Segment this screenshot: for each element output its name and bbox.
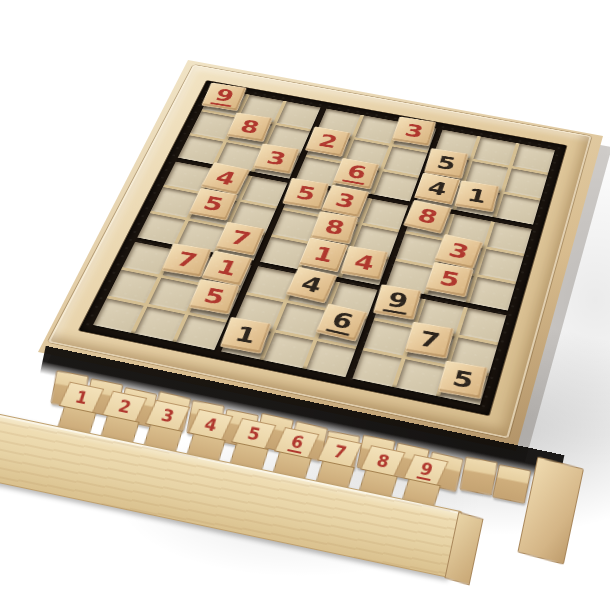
tile-digit: 5 <box>201 285 228 308</box>
tile-3-r3c3[interactable]: 3 <box>253 143 299 174</box>
tile-digit: 2 <box>316 132 340 151</box>
cell-r9c4[interactable]: 1 <box>221 324 271 359</box>
cell-r6c6[interactable]: 4 <box>342 252 389 285</box>
tile-5-r6c8[interactable]: 5 <box>425 262 473 297</box>
cell-r2c6[interactable] <box>384 146 428 175</box>
cell-r3c1[interactable] <box>178 135 224 164</box>
cell-r9c2[interactable] <box>134 307 184 342</box>
tile-digit: 1 <box>466 186 489 206</box>
tile-digit: 8 <box>322 217 347 238</box>
cell-r9c5[interactable] <box>263 333 313 369</box>
tile-5-r9c9[interactable]: 5 <box>438 361 488 399</box>
cell-r8c6[interactable]: 6 <box>318 311 367 346</box>
tile-digit: 1 <box>232 323 259 346</box>
tile-digit: 3 <box>446 240 472 262</box>
tile-digit: 4 <box>352 252 377 274</box>
cell-r3c8[interactable]: 1 <box>456 186 500 217</box>
tile-digit: 1 <box>213 257 240 279</box>
cell-r4c6[interactable] <box>363 199 408 230</box>
cell-r2c9[interactable] <box>504 168 547 198</box>
drawer-tile-digit: 8 <box>374 452 391 471</box>
cell-r1c1[interactable]: 9 <box>202 88 246 115</box>
drawer-tile-digit: 6 <box>287 432 306 453</box>
cell-r8c3[interactable]: 5 <box>190 286 239 320</box>
tile-digit: 4 <box>298 273 325 296</box>
tile-6-r3c5[interactable]: 6 <box>333 158 380 189</box>
cell-r3c6[interactable] <box>374 171 419 201</box>
tile-1-r3c8[interactable]: 1 <box>454 180 499 212</box>
cell-r1c9[interactable] <box>513 144 555 173</box>
tile-digit: 3 <box>264 149 288 168</box>
cell-r4c3[interactable] <box>242 176 288 206</box>
cell-r6c9[interactable] <box>469 277 515 311</box>
tile-digit: 3 <box>403 122 426 141</box>
cell-r7c9[interactable] <box>459 308 506 343</box>
cell-r9c7[interactable] <box>352 350 401 386</box>
cell-r8c8[interactable]: 7 <box>406 329 454 365</box>
cell-r3c3[interactable]: 3 <box>254 149 299 178</box>
box-2-1: 457 <box>137 162 287 261</box>
product-photo-stage: 98332654145753814835715461975 123456789 <box>0 0 610 610</box>
tile-3-r1c6[interactable]: 3 <box>392 117 436 147</box>
tile-digit: 8 <box>238 118 262 137</box>
tile-digit: 4 <box>212 168 238 188</box>
drawer-tile-digit: 9 <box>416 459 435 480</box>
drawer-tile-digit: 1 <box>73 388 90 407</box>
tile-digit: 5 <box>437 268 462 290</box>
tile-digit: 9 <box>210 86 238 107</box>
tile-digit: 5 <box>450 367 475 392</box>
tile-4-r6c6[interactable]: 4 <box>340 246 388 280</box>
cell-r2c2[interactable]: 8 <box>228 118 273 146</box>
sudoku-grid: 98332654145753814835715461975 <box>93 88 555 405</box>
cell-r6c1[interactable] <box>137 213 185 245</box>
tile-digit: 5 <box>435 154 458 174</box>
box-3-2: 461 <box>221 266 377 377</box>
tile-2-r2c4[interactable]: 2 <box>305 126 351 156</box>
tile-1-r9c4[interactable]: 1 <box>220 317 271 354</box>
drawer-tile-digit: 3 <box>159 406 176 425</box>
cell-r9c9[interactable]: 5 <box>440 368 489 405</box>
cell-r4c9[interactable] <box>487 222 532 254</box>
cell-r6c8[interactable]: 5 <box>427 269 473 302</box>
cell-r3c9[interactable] <box>496 194 540 225</box>
drawer-tile-digit: 4 <box>202 415 219 434</box>
cell-r5c2[interactable]: 5 <box>190 194 237 225</box>
cell-r2c4[interactable]: 2 <box>306 132 350 161</box>
cell-r7c7[interactable]: 9 <box>374 291 422 325</box>
tile-digit: 7 <box>174 249 200 271</box>
cell-r1c8[interactable] <box>473 137 516 166</box>
tile-7-r8c8[interactable]: 7 <box>405 322 454 359</box>
cell-r5c9[interactable] <box>478 249 523 282</box>
tile-digit: 7 <box>417 328 442 352</box>
cell-r9c3[interactable] <box>176 315 226 350</box>
tile-digit: 5 <box>200 194 226 215</box>
drawer-tile-digit: 5 <box>245 424 262 443</box>
tile-digit: 6 <box>326 309 359 336</box>
tile-digit: 4 <box>425 179 449 199</box>
tile-digit: 1 <box>311 244 337 266</box>
tile-digit: 6 <box>342 162 371 185</box>
cell-r1c3[interactable] <box>277 101 321 129</box>
tile-4-r3c7[interactable]: 4 <box>414 173 461 205</box>
tile-8-r2c2[interactable]: 8 <box>227 112 273 141</box>
drawer-tile-digit: 7 <box>331 442 348 461</box>
tile-digit: 3 <box>333 191 358 212</box>
cell-r9c6[interactable] <box>306 341 356 377</box>
cell-r1c6[interactable]: 3 <box>393 122 436 150</box>
box-3-3: 975 <box>352 291 506 405</box>
tile-9-r7c7[interactable]: 9 <box>373 284 422 320</box>
tile-9-r1c1[interactable]: 9 <box>201 82 246 110</box>
tile-digit: 8 <box>415 206 440 227</box>
tile-digit: 9 <box>383 289 413 315</box>
drawer-tile-digit: 2 <box>116 397 133 416</box>
tile-digit: 7 <box>227 228 253 249</box>
tile-digit: 5 <box>294 183 318 203</box>
